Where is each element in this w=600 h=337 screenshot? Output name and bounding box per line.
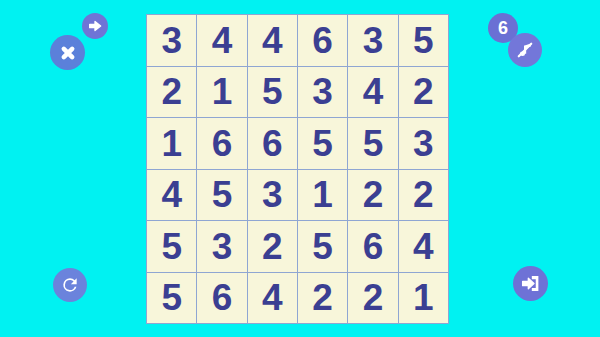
cell-r2c5[interactable]: 4 <box>348 67 397 118</box>
cell-r4c3[interactable]: 3 <box>248 170 297 221</box>
cell-r2c6[interactable]: 2 <box>399 67 448 118</box>
cell-r2c4[interactable]: 3 <box>298 67 347 118</box>
cell-r6c6[interactable]: 1 <box>399 273 448 324</box>
close-icon <box>58 43 78 63</box>
cell-r2c1[interactable]: 2 <box>147 67 196 118</box>
cell-r3c1[interactable]: 1 <box>147 118 196 169</box>
cell-r4c5[interactable]: 2 <box>348 170 397 221</box>
cell-r1c5[interactable]: 3 <box>348 15 397 66</box>
music-off-button[interactable] <box>508 33 542 67</box>
cell-r3c3[interactable]: 6 <box>248 118 297 169</box>
game-screen: 6 344635215342166553453122532564564221 <box>0 0 600 337</box>
cell-r4c6[interactable]: 2 <box>399 170 448 221</box>
cell-r3c6[interactable]: 3 <box>399 118 448 169</box>
cell-r2c2[interactable]: 1 <box>197 67 246 118</box>
forward-button[interactable] <box>82 13 108 39</box>
cell-r6c1[interactable]: 5 <box>147 273 196 324</box>
cell-r4c4[interactable]: 1 <box>298 170 347 221</box>
cell-r3c4[interactable]: 5 <box>298 118 347 169</box>
board: 344635215342166553453122532564564221 <box>146 14 449 324</box>
close-button[interactable] <box>50 35 85 70</box>
cell-r4c2[interactable]: 5 <box>197 170 246 221</box>
refresh-icon <box>60 275 80 295</box>
cell-r6c3[interactable]: 4 <box>248 273 297 324</box>
cell-r1c4[interactable]: 6 <box>298 15 347 66</box>
cell-r6c5[interactable]: 2 <box>348 273 397 324</box>
exit-icon <box>520 273 541 294</box>
cell-r1c1[interactable]: 3 <box>147 15 196 66</box>
cell-r1c2[interactable]: 4 <box>197 15 246 66</box>
counter-value: 6 <box>498 19 508 37</box>
cell-r5c1[interactable]: 5 <box>147 221 196 272</box>
cell-r2c3[interactable]: 5 <box>248 67 297 118</box>
cell-r3c5[interactable]: 5 <box>348 118 397 169</box>
cell-r1c3[interactable]: 4 <box>248 15 297 66</box>
arrow-right-icon <box>87 18 103 34</box>
music-off-icon <box>515 40 535 60</box>
cell-r3c2[interactable]: 6 <box>197 118 246 169</box>
cell-r5c6[interactable]: 4 <box>399 221 448 272</box>
cell-r6c4[interactable]: 2 <box>298 273 347 324</box>
cell-r1c6[interactable]: 5 <box>399 15 448 66</box>
cell-r5c4[interactable]: 5 <box>298 221 347 272</box>
cell-r5c3[interactable]: 2 <box>248 221 297 272</box>
cell-r5c5[interactable]: 6 <box>348 221 397 272</box>
cell-r4c1[interactable]: 4 <box>147 170 196 221</box>
cell-r5c2[interactable]: 3 <box>197 221 246 272</box>
restart-button[interactable] <box>53 268 87 302</box>
exit-button[interactable] <box>513 266 548 301</box>
cell-r6c2[interactable]: 6 <box>197 273 246 324</box>
